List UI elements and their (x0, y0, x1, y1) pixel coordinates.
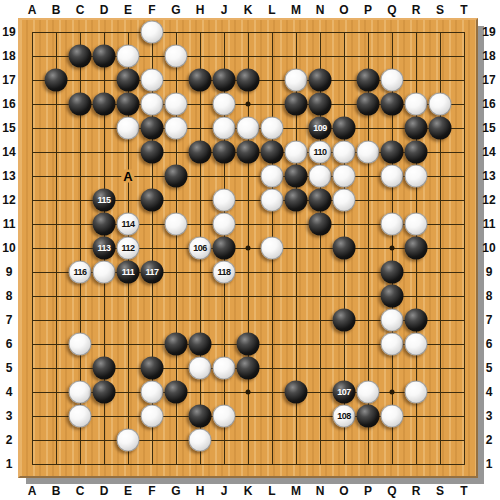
white-stone-C4[interactable] (69, 381, 92, 404)
intersection-N2[interactable] (308, 428, 332, 452)
intersection-E12[interactable] (116, 188, 140, 212)
intersection-D1[interactable] (92, 452, 116, 476)
intersection-P12[interactable] (356, 188, 380, 212)
intersection-R8[interactable] (404, 284, 428, 308)
intersection-O16[interactable] (332, 92, 356, 116)
black-stone-K17[interactable] (237, 69, 260, 92)
black-stone-J17[interactable] (213, 69, 236, 92)
intersection-D14[interactable] (92, 140, 116, 164)
white-stone-O13[interactable] (333, 165, 356, 188)
intersection-B10[interactable] (44, 236, 68, 260)
intersection-S4[interactable] (428, 380, 452, 404)
intersection-R18[interactable] (404, 44, 428, 68)
black-stone-P17[interactable] (357, 69, 380, 92)
black-stone-O10[interactable] (333, 237, 356, 260)
intersection-S17[interactable] (428, 68, 452, 92)
intersection-B2[interactable] (44, 428, 68, 452)
white-stone-Q7[interactable] (381, 309, 404, 332)
white-stone-N14[interactable]: 110 (309, 141, 332, 164)
intersection-J13[interactable] (212, 164, 236, 188)
black-stone-C18[interactable] (69, 45, 92, 68)
white-stone-P4[interactable] (357, 381, 380, 404)
intersection-F6[interactable] (140, 332, 164, 356)
intersection-P9[interactable] (356, 260, 380, 284)
intersection-T18[interactable] (452, 44, 476, 68)
intersection-S13[interactable] (428, 164, 452, 188)
intersection-M11[interactable] (284, 212, 308, 236)
intersection-T11[interactable] (452, 212, 476, 236)
intersection-B15[interactable] (44, 116, 68, 140)
black-stone-R7[interactable] (405, 309, 428, 332)
intersection-K9[interactable] (236, 260, 260, 284)
intersection-N4[interactable] (308, 380, 332, 404)
intersection-B1[interactable] (44, 452, 68, 476)
intersection-A11[interactable] (20, 212, 44, 236)
intersection-D17[interactable] (92, 68, 116, 92)
black-stone-H17[interactable] (189, 69, 212, 92)
intersection-O11[interactable] (332, 212, 356, 236)
intersection-H18[interactable] (188, 44, 212, 68)
intersection-J8[interactable] (212, 284, 236, 308)
intersection-K16[interactable] (236, 92, 260, 116)
black-stone-Q14[interactable] (381, 141, 404, 164)
intersection-L2[interactable] (260, 428, 284, 452)
intersection-D15[interactable] (92, 116, 116, 140)
intersection-K10[interactable] (236, 236, 260, 260)
intersection-F10[interactable] (140, 236, 164, 260)
black-stone-O7[interactable] (333, 309, 356, 332)
intersection-N7[interactable] (308, 308, 332, 332)
intersection-B11[interactable] (44, 212, 68, 236)
white-stone-L15[interactable] (261, 117, 284, 140)
intersection-D7[interactable] (92, 308, 116, 332)
intersection-R12[interactable] (404, 188, 428, 212)
black-stone-B17[interactable] (45, 69, 68, 92)
intersection-K4[interactable] (236, 380, 260, 404)
white-stone-H2[interactable] (189, 429, 212, 452)
intersection-T6[interactable] (452, 332, 476, 356)
intersection-O18[interactable] (332, 44, 356, 68)
white-stone-O3[interactable]: 108 (333, 405, 356, 428)
intersection-S7[interactable] (428, 308, 452, 332)
white-stone-R11[interactable] (405, 213, 428, 236)
intersection-D6[interactable] (92, 332, 116, 356)
intersection-C5[interactable] (68, 356, 92, 380)
intersection-H19[interactable] (188, 20, 212, 44)
intersection-D2[interactable] (92, 428, 116, 452)
intersection-S19[interactable] (428, 20, 452, 44)
intersection-P1[interactable] (356, 452, 380, 476)
intersection-M19[interactable] (284, 20, 308, 44)
intersection-S6[interactable] (428, 332, 452, 356)
intersection-J18[interactable] (212, 44, 236, 68)
white-stone-S16[interactable] (429, 93, 452, 116)
intersection-N9[interactable] (308, 260, 332, 284)
intersection-E5[interactable] (116, 356, 140, 380)
intersection-T17[interactable] (452, 68, 476, 92)
intersection-S2[interactable] (428, 428, 452, 452)
intersection-C7[interactable] (68, 308, 92, 332)
white-stone-E15[interactable] (117, 117, 140, 140)
intersection-M2[interactable] (284, 428, 308, 452)
black-stone-D11[interactable] (93, 213, 116, 236)
white-stone-H5[interactable] (189, 357, 212, 380)
white-stone-J9[interactable]: 118 (213, 261, 236, 284)
black-stone-Q16[interactable] (381, 93, 404, 116)
intersection-B4[interactable] (44, 380, 68, 404)
black-stone-G13[interactable] (165, 165, 188, 188)
white-stone-Q6[interactable] (381, 333, 404, 356)
intersection-G1[interactable] (164, 452, 188, 476)
black-stone-D12[interactable]: 115 (93, 189, 116, 212)
intersection-T8[interactable] (452, 284, 476, 308)
black-stone-N11[interactable] (309, 213, 332, 236)
white-stone-J5[interactable] (213, 357, 236, 380)
black-stone-G4[interactable] (165, 381, 188, 404)
black-stone-D16[interactable] (93, 93, 116, 116)
black-stone-K14[interactable] (237, 141, 260, 164)
black-stone-H14[interactable] (189, 141, 212, 164)
intersection-Q19[interactable] (380, 20, 404, 44)
black-stone-S15[interactable] (429, 117, 452, 140)
intersection-A5[interactable] (20, 356, 44, 380)
intersection-M15[interactable] (284, 116, 308, 140)
white-stone-N13[interactable] (309, 165, 332, 188)
intersection-J4[interactable] (212, 380, 236, 404)
black-stone-E9[interactable]: 111 (117, 261, 140, 284)
intersection-T19[interactable] (452, 20, 476, 44)
white-stone-G11[interactable] (165, 213, 188, 236)
intersection-P18[interactable] (356, 44, 380, 68)
intersection-M18[interactable] (284, 44, 308, 68)
intersection-T7[interactable] (452, 308, 476, 332)
intersection-P7[interactable] (356, 308, 380, 332)
intersection-R1[interactable] (404, 452, 428, 476)
intersection-J1[interactable] (212, 452, 236, 476)
white-stone-J16[interactable] (213, 93, 236, 116)
intersection-T14[interactable] (452, 140, 476, 164)
white-stone-G18[interactable] (165, 45, 188, 68)
white-stone-R13[interactable] (405, 165, 428, 188)
black-stone-J14[interactable] (213, 141, 236, 164)
intersection-M9[interactable] (284, 260, 308, 284)
white-stone-Q11[interactable] (381, 213, 404, 236)
intersection-M7[interactable] (284, 308, 308, 332)
intersection-G14[interactable] (164, 140, 188, 164)
intersection-T4[interactable] (452, 380, 476, 404)
white-stone-L13[interactable] (261, 165, 284, 188)
black-stone-F5[interactable] (141, 357, 164, 380)
black-stone-N17[interactable] (309, 69, 332, 92)
intersection-D13[interactable] (92, 164, 116, 188)
intersection-R2[interactable] (404, 428, 428, 452)
black-stone-D10[interactable]: 113 (93, 237, 116, 260)
intersection-A19[interactable] (20, 20, 44, 44)
intersection-N3[interactable] (308, 404, 332, 428)
black-stone-R15[interactable] (405, 117, 428, 140)
intersection-L4[interactable] (260, 380, 284, 404)
black-stone-P16[interactable] (357, 93, 380, 116)
intersection-K12[interactable] (236, 188, 260, 212)
intersection-M10[interactable] (284, 236, 308, 260)
intersection-A2[interactable] (20, 428, 44, 452)
intersection-A14[interactable] (20, 140, 44, 164)
white-stone-J12[interactable] (213, 189, 236, 212)
white-stone-J11[interactable] (213, 213, 236, 236)
intersection-N18[interactable] (308, 44, 332, 68)
white-stone-F17[interactable] (141, 69, 164, 92)
intersection-O9[interactable] (332, 260, 356, 284)
intersection-C2[interactable] (68, 428, 92, 452)
intersection-H4[interactable] (188, 380, 212, 404)
intersection-J19[interactable] (212, 20, 236, 44)
intersection-J6[interactable] (212, 332, 236, 356)
intersection-G7[interactable] (164, 308, 188, 332)
intersection-L8[interactable] (260, 284, 284, 308)
intersection-Q4[interactable] (380, 380, 404, 404)
intersection-S18[interactable] (428, 44, 452, 68)
intersection-P15[interactable] (356, 116, 380, 140)
intersection-G10[interactable] (164, 236, 188, 260)
intersection-A10[interactable] (20, 236, 44, 260)
intersection-C12[interactable] (68, 188, 92, 212)
white-stone-E18[interactable] (117, 45, 140, 68)
intersection-P6[interactable] (356, 332, 380, 356)
white-stone-L10[interactable] (261, 237, 284, 260)
intersection-K1[interactable] (236, 452, 260, 476)
intersection-G19[interactable] (164, 20, 188, 44)
intersection-M1[interactable] (284, 452, 308, 476)
intersection-K7[interactable] (236, 308, 260, 332)
intersection-G2[interactable] (164, 428, 188, 452)
intersection-H9[interactable] (188, 260, 212, 284)
intersection-H16[interactable] (188, 92, 212, 116)
intersection-R5[interactable] (404, 356, 428, 380)
intersection-Q1[interactable] (380, 452, 404, 476)
intersection-A13[interactable] (20, 164, 44, 188)
intersection-H7[interactable] (188, 308, 212, 332)
intersection-E7[interactable] (116, 308, 140, 332)
intersection-C11[interactable] (68, 212, 92, 236)
intersection-N8[interactable] (308, 284, 332, 308)
intersection-S11[interactable] (428, 212, 452, 236)
intersection-H8[interactable] (188, 284, 212, 308)
intersection-M3[interactable] (284, 404, 308, 428)
black-stone-L14[interactable] (261, 141, 284, 164)
intersection-A15[interactable] (20, 116, 44, 140)
intersection-S5[interactable] (428, 356, 452, 380)
intersection-B8[interactable] (44, 284, 68, 308)
white-stone-R6[interactable] (405, 333, 428, 356)
black-stone-F9[interactable]: 117 (141, 261, 164, 284)
intersection-S3[interactable] (428, 404, 452, 428)
white-stone-G16[interactable] (165, 93, 188, 116)
white-stone-K15[interactable] (237, 117, 260, 140)
intersection-Q15[interactable] (380, 116, 404, 140)
intersection-F11[interactable] (140, 212, 164, 236)
intersection-P5[interactable] (356, 356, 380, 380)
intersection-K2[interactable] (236, 428, 260, 452)
white-stone-Q17[interactable] (381, 69, 404, 92)
white-stone-R16[interactable] (405, 93, 428, 116)
white-stone-F4[interactable] (141, 381, 164, 404)
intersection-M5[interactable] (284, 356, 308, 380)
intersection-F2[interactable] (140, 428, 164, 452)
intersection-O17[interactable] (332, 68, 356, 92)
intersection-N10[interactable] (308, 236, 332, 260)
white-stone-H10[interactable]: 106 (189, 237, 212, 260)
white-stone-L12[interactable] (261, 189, 284, 212)
intersection-O5[interactable] (332, 356, 356, 380)
intersection-C10[interactable] (68, 236, 92, 260)
intersection-S10[interactable] (428, 236, 452, 260)
white-stone-D9[interactable] (93, 261, 116, 284)
black-stone-K5[interactable] (237, 357, 260, 380)
intersection-O8[interactable] (332, 284, 356, 308)
black-stone-E16[interactable] (117, 93, 140, 116)
intersection-T9[interactable] (452, 260, 476, 284)
intersection-E4[interactable] (116, 380, 140, 404)
intersection-K13[interactable] (236, 164, 260, 188)
intersection-L6[interactable] (260, 332, 284, 356)
intersection-H12[interactable] (188, 188, 212, 212)
intersection-P19[interactable] (356, 20, 380, 44)
black-stone-Q9[interactable] (381, 261, 404, 284)
black-stone-K6[interactable] (237, 333, 260, 356)
intersection-F1[interactable] (140, 452, 164, 476)
intersection-L3[interactable] (260, 404, 284, 428)
intersection-S8[interactable] (428, 284, 452, 308)
intersection-H11[interactable] (188, 212, 212, 236)
intersection-Q10[interactable] (380, 236, 404, 260)
intersection-C15[interactable] (68, 116, 92, 140)
intersection-R19[interactable] (404, 20, 428, 44)
intersection-Q12[interactable] (380, 188, 404, 212)
intersection-A16[interactable] (20, 92, 44, 116)
intersection-L17[interactable] (260, 68, 284, 92)
black-stone-N12[interactable] (309, 189, 332, 212)
white-stone-E2[interactable] (117, 429, 140, 452)
white-stone-M17[interactable] (285, 69, 308, 92)
intersection-M6[interactable] (284, 332, 308, 356)
black-stone-O4[interactable]: 107 (333, 381, 356, 404)
intersection-C13[interactable] (68, 164, 92, 188)
white-stone-P14[interactable] (357, 141, 380, 164)
intersection-R9[interactable] (404, 260, 428, 284)
intersection-A3[interactable] (20, 404, 44, 428)
intersection-C17[interactable] (68, 68, 92, 92)
intersection-T3[interactable] (452, 404, 476, 428)
intersection-T5[interactable] (452, 356, 476, 380)
intersection-S14[interactable] (428, 140, 452, 164)
intersection-F8[interactable] (140, 284, 164, 308)
intersection-T10[interactable] (452, 236, 476, 260)
intersection-B9[interactable] (44, 260, 68, 284)
intersection-L18[interactable] (260, 44, 284, 68)
intersection-E1[interactable] (116, 452, 140, 476)
intersection-F7[interactable] (140, 308, 164, 332)
white-stone-O14[interactable] (333, 141, 356, 164)
intersection-N5[interactable] (308, 356, 332, 380)
intersection-F18[interactable] (140, 44, 164, 68)
black-stone-E17[interactable] (117, 69, 140, 92)
intersection-H13[interactable] (188, 164, 212, 188)
intersection-Q18[interactable] (380, 44, 404, 68)
black-stone-N16[interactable] (309, 93, 332, 116)
intersection-K19[interactable] (236, 20, 260, 44)
intersection-S12[interactable] (428, 188, 452, 212)
black-stone-G6[interactable] (165, 333, 188, 356)
black-stone-J10[interactable] (213, 237, 236, 260)
intersection-L19[interactable] (260, 20, 284, 44)
intersection-K11[interactable] (236, 212, 260, 236)
intersection-S1[interactable] (428, 452, 452, 476)
black-stone-C16[interactable] (69, 93, 92, 116)
black-stone-F15[interactable] (141, 117, 164, 140)
intersection-C14[interactable] (68, 140, 92, 164)
intersection-A7[interactable] (20, 308, 44, 332)
black-stone-M4[interactable] (285, 381, 308, 404)
white-stone-F3[interactable] (141, 405, 164, 428)
intersection-P10[interactable] (356, 236, 380, 260)
white-stone-J3[interactable] (213, 405, 236, 428)
intersection-E19[interactable] (116, 20, 140, 44)
intersection-R3[interactable] (404, 404, 428, 428)
intersection-L16[interactable] (260, 92, 284, 116)
intersection-C8[interactable] (68, 284, 92, 308)
intersection-C1[interactable] (68, 452, 92, 476)
black-stone-Q8[interactable] (381, 285, 404, 308)
intersection-B18[interactable] (44, 44, 68, 68)
intersection-P11[interactable] (356, 212, 380, 236)
white-stone-C9[interactable]: 116 (69, 261, 92, 284)
intersection-O2[interactable] (332, 428, 356, 452)
intersection-K3[interactable] (236, 404, 260, 428)
intersection-T12[interactable] (452, 188, 476, 212)
intersection-B7[interactable] (44, 308, 68, 332)
intersection-L11[interactable] (260, 212, 284, 236)
white-stone-E10[interactable]: 112 (117, 237, 140, 260)
black-stone-R10[interactable] (405, 237, 428, 260)
white-stone-G15[interactable] (165, 117, 188, 140)
intersection-G12[interactable] (164, 188, 188, 212)
black-stone-M13[interactable] (285, 165, 308, 188)
intersection-P8[interactable] (356, 284, 380, 308)
intersection-A12[interactable] (20, 188, 44, 212)
black-stone-H3[interactable] (189, 405, 212, 428)
intersection-D8[interactable] (92, 284, 116, 308)
intersection-L9[interactable] (260, 260, 284, 284)
intersection-J7[interactable] (212, 308, 236, 332)
intersection-A6[interactable] (20, 332, 44, 356)
intersection-P13[interactable] (356, 164, 380, 188)
intersection-B16[interactable] (44, 92, 68, 116)
intersection-E14[interactable] (116, 140, 140, 164)
white-stone-E11[interactable]: 114 (117, 213, 140, 236)
white-stone-O12[interactable] (333, 189, 356, 212)
intersection-T13[interactable] (452, 164, 476, 188)
intersection-M8[interactable] (284, 284, 308, 308)
intersection-B6[interactable] (44, 332, 68, 356)
intersection-R17[interactable] (404, 68, 428, 92)
intersection-B3[interactable] (44, 404, 68, 428)
intersection-D3[interactable] (92, 404, 116, 428)
white-stone-Q13[interactable] (381, 165, 404, 188)
intersection-A1[interactable] (20, 452, 44, 476)
intersection-N6[interactable] (308, 332, 332, 356)
white-stone-C6[interactable] (69, 333, 92, 356)
intersection-T15[interactable] (452, 116, 476, 140)
